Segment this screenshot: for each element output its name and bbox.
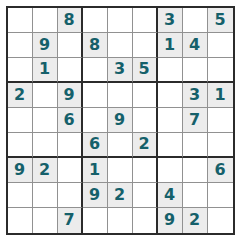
- cell-r4c8[interactable]: 3: [183, 83, 208, 108]
- cell-r3c3[interactable]: [58, 58, 83, 83]
- cell-r8c1[interactable]: [8, 183, 33, 208]
- cell-r1c1[interactable]: [8, 8, 33, 33]
- cell-r6c5[interactable]: [108, 133, 133, 158]
- cell-r9c9[interactable]: [208, 208, 233, 233]
- cell-r3c7[interactable]: [158, 58, 183, 83]
- cell-r7c2[interactable]: 2: [33, 158, 58, 183]
- cell-r6c8[interactable]: [183, 133, 208, 158]
- cell-r5c9[interactable]: [208, 108, 233, 133]
- cell-r4c6[interactable]: [133, 83, 158, 108]
- cell-r1c2[interactable]: [33, 8, 58, 33]
- cell-r4c2[interactable]: [33, 83, 58, 108]
- cell-r5c2[interactable]: [33, 108, 58, 133]
- cell-r3c5[interactable]: 3: [108, 58, 133, 83]
- cell-r8c4[interactable]: 9: [83, 183, 108, 208]
- sudoku-board: 83598141352931697629216924792: [6, 6, 235, 235]
- cell-r7c1[interactable]: 9: [8, 158, 33, 183]
- cell-r7c9[interactable]: 6: [208, 158, 233, 183]
- cell-r6c2[interactable]: [33, 133, 58, 158]
- cell-r6c3[interactable]: [58, 133, 83, 158]
- cell-r4c7[interactable]: [158, 83, 183, 108]
- cell-r4c9[interactable]: 1: [208, 83, 233, 108]
- cell-r4c3[interactable]: 9: [58, 83, 83, 108]
- cell-r8c2[interactable]: [33, 183, 58, 208]
- cell-r8c8[interactable]: [183, 183, 208, 208]
- cell-r7c5[interactable]: [108, 158, 133, 183]
- cell-r2c7[interactable]: 1: [158, 33, 183, 58]
- cell-r5c4[interactable]: [83, 108, 108, 133]
- cell-r8c6[interactable]: [133, 183, 158, 208]
- cell-r6c4[interactable]: 6: [83, 133, 108, 158]
- cell-r3c1[interactable]: [8, 58, 33, 83]
- cell-r2c3[interactable]: [58, 33, 83, 58]
- cell-r3c2[interactable]: 1: [33, 58, 58, 83]
- cell-r4c1[interactable]: 2: [8, 83, 33, 108]
- cell-r2c4[interactable]: 8: [83, 33, 108, 58]
- cell-r7c4[interactable]: 1: [83, 158, 108, 183]
- cell-r1c5[interactable]: [108, 8, 133, 33]
- cell-r4c4[interactable]: [83, 83, 108, 108]
- cell-r2c2[interactable]: 9: [33, 33, 58, 58]
- cell-r7c7[interactable]: [158, 158, 183, 183]
- cell-r1c3[interactable]: 8: [58, 8, 83, 33]
- cell-r6c6[interactable]: 2: [133, 133, 158, 158]
- cell-r7c3[interactable]: [58, 158, 83, 183]
- cell-r5c7[interactable]: [158, 108, 183, 133]
- cell-r3c8[interactable]: [183, 58, 208, 83]
- cell-r5c5[interactable]: 9: [108, 108, 133, 133]
- cell-r9c7[interactable]: 9: [158, 208, 183, 233]
- cell-r1c4[interactable]: [83, 8, 108, 33]
- cell-r9c2[interactable]: [33, 208, 58, 233]
- cell-r2c5[interactable]: [108, 33, 133, 58]
- cell-r9c8[interactable]: 2: [183, 208, 208, 233]
- cell-r6c7[interactable]: [158, 133, 183, 158]
- cell-r1c9[interactable]: 5: [208, 8, 233, 33]
- cell-r8c9[interactable]: [208, 183, 233, 208]
- cell-r9c5[interactable]: [108, 208, 133, 233]
- cell-r3c6[interactable]: 5: [133, 58, 158, 83]
- cell-r9c3[interactable]: 7: [58, 208, 83, 233]
- cell-r2c8[interactable]: 4: [183, 33, 208, 58]
- cell-r4c5[interactable]: [108, 83, 133, 108]
- cell-r7c6[interactable]: [133, 158, 158, 183]
- cell-r2c6[interactable]: [133, 33, 158, 58]
- cell-r9c1[interactable]: [8, 208, 33, 233]
- cell-r9c4[interactable]: [83, 208, 108, 233]
- page: { "game": "sudoku", "position": "..8...3…: [0, 0, 240, 240]
- cell-r2c9[interactable]: [208, 33, 233, 58]
- cell-r5c8[interactable]: 7: [183, 108, 208, 133]
- cell-r5c3[interactable]: 6: [58, 108, 83, 133]
- cell-r5c6[interactable]: [133, 108, 158, 133]
- cell-r3c9[interactable]: [208, 58, 233, 83]
- cell-r5c1[interactable]: [8, 108, 33, 133]
- cell-r8c7[interactable]: 4: [158, 183, 183, 208]
- cell-r1c6[interactable]: [133, 8, 158, 33]
- cell-r8c3[interactable]: [58, 183, 83, 208]
- cell-r9c6[interactable]: [133, 208, 158, 233]
- cell-r1c8[interactable]: [183, 8, 208, 33]
- cell-r6c9[interactable]: [208, 133, 233, 158]
- cell-r8c5[interactable]: 2: [108, 183, 133, 208]
- cell-r2c1[interactable]: [8, 33, 33, 58]
- cell-r7c8[interactable]: [183, 158, 208, 183]
- cell-r3c4[interactable]: [83, 58, 108, 83]
- cell-r6c1[interactable]: [8, 133, 33, 158]
- cell-r1c7[interactable]: 3: [158, 8, 183, 33]
